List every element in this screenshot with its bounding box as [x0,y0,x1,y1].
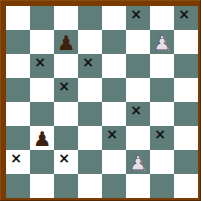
square-a1[interactable] [6,174,30,198]
square-e3[interactable]: × [102,126,126,150]
square-d4[interactable] [78,102,102,126]
square-g4[interactable] [150,102,174,126]
square-b6[interactable]: × [30,54,54,78]
x-mark: × [34,55,46,69]
square-g7[interactable]: ♟ [150,30,174,54]
black-pawn[interactable]: ♟ [33,129,51,149]
square-f4[interactable]: × [126,102,150,126]
square-d2[interactable] [78,150,102,174]
white-pawn[interactable]: ♟ [129,153,147,173]
square-f3[interactable] [126,126,150,150]
square-c4[interactable] [54,102,78,126]
square-e7[interactable] [102,30,126,54]
x-mark: × [130,7,142,21]
square-d7[interactable] [78,30,102,54]
square-a6[interactable] [6,54,30,78]
square-h8[interactable]: × [174,6,198,30]
x-mark: × [154,127,166,141]
chess-board: ××♟♟××××♟××××♟ [6,6,198,198]
square-c2[interactable]: × [54,150,78,174]
square-f8[interactable]: × [126,6,150,30]
square-c3[interactable] [54,126,78,150]
square-b5[interactable] [30,78,54,102]
square-h6[interactable] [174,54,198,78]
square-b3[interactable]: ♟ [30,126,54,150]
square-a4[interactable] [6,102,30,126]
square-b1[interactable] [30,174,54,198]
x-mark: × [82,55,94,69]
square-c6[interactable] [54,54,78,78]
square-b4[interactable] [30,102,54,126]
x-mark: × [130,103,142,117]
square-g2[interactable] [150,150,174,174]
square-d1[interactable] [78,174,102,198]
square-d5[interactable] [78,78,102,102]
x-mark: × [58,79,70,93]
square-e6[interactable] [102,54,126,78]
board-frame: ××♟♟××××♟××××♟ [0,0,201,201]
square-e4[interactable] [102,102,126,126]
square-b2[interactable] [30,150,54,174]
square-c8[interactable] [54,6,78,30]
black-pawn[interactable]: ♟ [57,33,75,53]
square-g6[interactable] [150,54,174,78]
square-h4[interactable] [174,102,198,126]
square-h5[interactable] [174,78,198,102]
square-a2[interactable]: × [6,150,30,174]
square-g1[interactable] [150,174,174,198]
square-f7[interactable] [126,30,150,54]
square-d6[interactable]: × [78,54,102,78]
x-mark: × [178,7,190,21]
x-mark: × [106,127,118,141]
square-f2[interactable]: ♟ [126,150,150,174]
square-b8[interactable] [30,6,54,30]
square-h2[interactable] [174,150,198,174]
square-g5[interactable] [150,78,174,102]
square-c7[interactable]: ♟ [54,30,78,54]
square-d3[interactable] [78,126,102,150]
square-e1[interactable] [102,174,126,198]
square-a7[interactable] [6,30,30,54]
x-mark: × [58,151,70,165]
square-f6[interactable] [126,54,150,78]
square-h1[interactable] [174,174,198,198]
square-a5[interactable] [6,78,30,102]
square-c5[interactable]: × [54,78,78,102]
square-a3[interactable] [6,126,30,150]
square-h7[interactable] [174,30,198,54]
square-e5[interactable] [102,78,126,102]
square-f1[interactable] [126,174,150,198]
square-e2[interactable] [102,150,126,174]
square-a8[interactable] [6,6,30,30]
square-e8[interactable] [102,6,126,30]
square-h3[interactable] [174,126,198,150]
white-pawn[interactable]: ♟ [153,33,171,53]
square-f5[interactable] [126,78,150,102]
square-g8[interactable] [150,6,174,30]
x-mark: × [10,151,22,165]
square-b7[interactable] [30,30,54,54]
square-d8[interactable] [78,6,102,30]
square-c1[interactable] [54,174,78,198]
square-g3[interactable]: × [150,126,174,150]
